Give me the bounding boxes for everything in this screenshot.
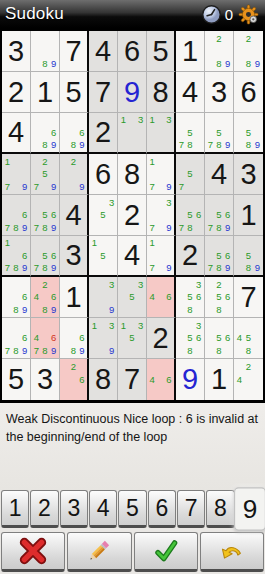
cell-r8c2[interactable]: 46789: [31, 318, 60, 359]
candidate-8: 8: [215, 262, 224, 274]
cell-r8c9[interactable]: 458: [234, 318, 263, 359]
candidate-6: 6: [49, 249, 58, 261]
sudoku-board: 3897465128928921579843646896892131357857…: [0, 28, 265, 403]
cell-r8c8[interactable]: 568: [205, 318, 234, 359]
cell-r2c5[interactable]: 9: [118, 72, 147, 113]
cell-r5c3[interactable]: 4: [60, 195, 89, 236]
candidate-9: 9: [20, 180, 29, 193]
candidate-marks: 2579: [32, 155, 58, 193]
cell-r6c9[interactable]: 589: [234, 236, 263, 277]
candidate-9: 9: [49, 344, 58, 357]
given-digit: 6: [95, 160, 111, 189]
cell-r1c9[interactable]: 289: [234, 31, 263, 72]
cell-r5c5[interactable]: 2: [118, 195, 147, 236]
candidate-4: 4: [148, 373, 156, 386]
solver-hint-message: Weak Discontinuous Nice loop : 6 is inva…: [0, 403, 265, 490]
cell-r9c8[interactable]: 1: [205, 359, 234, 400]
cell-r3c2[interactable]: 689: [31, 113, 60, 154]
cell-r5c9[interactable]: 1: [234, 195, 263, 236]
cell-r7c1[interactable]: 689: [2, 277, 31, 318]
given-digit: 2: [182, 241, 198, 270]
candidate-marks: 179: [148, 155, 173, 193]
candidate-2: 2: [41, 155, 50, 168]
cell-r8c5[interactable]: 135: [118, 318, 147, 359]
candidate-8: 8: [186, 221, 195, 234]
candidate-6: 6: [223, 209, 232, 222]
cell-r3c8[interactable]: 5789: [205, 113, 234, 154]
cell-r6c2[interactable]: 56789: [31, 236, 60, 277]
cell-r9c7[interactable]: 9: [176, 359, 205, 400]
number-key-2[interactable]: 2: [30, 490, 58, 528]
candidate-8: 8: [244, 57, 253, 70]
candidate-marks: 689: [3, 278, 29, 316]
cell-r3c3[interactable]: 689: [60, 113, 89, 154]
candidate-marks: 13: [148, 114, 173, 151]
candidate-6: 6: [78, 126, 86, 138]
candidate-8: 8: [41, 303, 50, 316]
candidate-5: 5: [186, 168, 195, 181]
candidate-9: 9: [223, 57, 232, 70]
candidate-8: 8: [215, 344, 224, 357]
given-digit: 4: [8, 118, 24, 147]
candidate-5: 5: [186, 291, 195, 304]
candidate-7: 7: [148, 262, 156, 274]
sudoku-app: Sudoku 0 3897465128928921579843646896892…: [0, 0, 265, 574]
cell-r1c2[interactable]: 89: [31, 31, 60, 72]
candidate-7: 7: [148, 180, 156, 193]
candidate-2: 2: [215, 278, 224, 291]
candidate-6: 6: [20, 249, 29, 261]
candidate-1: 1: [148, 114, 156, 126]
candidate-marks: 589: [235, 114, 262, 151]
candidate-5: 5: [128, 291, 137, 304]
candidate-5: 5: [215, 126, 224, 138]
number-key-9[interactable]: 9: [234, 487, 265, 530]
candidate-3: 3: [194, 319, 203, 332]
cell-r6c1[interactable]: 16789: [2, 236, 31, 277]
cell-r2c7[interactable]: 4: [176, 72, 205, 113]
candidate-9: 9: [20, 221, 29, 234]
candidate-9: 9: [253, 139, 262, 151]
green-check-icon: [151, 537, 181, 565]
candidate-8: 8: [215, 303, 224, 316]
candidate-8: 8: [186, 139, 195, 151]
candidate-9: 9: [78, 139, 86, 151]
cell-r1c6[interactable]: 5: [147, 31, 176, 72]
given-digit: 4: [95, 37, 111, 66]
candidate-7: 7: [3, 344, 12, 357]
given-digit: 7: [65, 37, 81, 66]
gear-icon[interactable]: [237, 3, 260, 26]
action-toolbar: [0, 532, 265, 572]
candidate-7: 7: [32, 262, 41, 274]
candidate-5: 5: [244, 126, 253, 138]
candidate-marks: 56789: [32, 237, 58, 274]
candidate-8: 8: [12, 303, 21, 316]
candidate-8: 8: [186, 303, 195, 316]
candidate-6: 6: [223, 249, 232, 261]
candidate-7: 7: [32, 221, 41, 234]
cell-r3c1[interactable]: 4: [2, 113, 31, 154]
candidate-1: 1: [148, 237, 156, 249]
title-bar: Sudoku 0: [0, 0, 265, 28]
given-digit: 3: [240, 160, 256, 189]
given-digit: 1: [211, 365, 227, 394]
cell-r4c5[interactable]: 8: [118, 154, 147, 195]
candidate-3: 3: [136, 319, 145, 332]
candidate-5: 5: [186, 332, 195, 345]
candidate-8: 8: [12, 344, 21, 357]
undo-arrow-icon: [217, 537, 247, 565]
candidate-6: 6: [49, 291, 58, 304]
given-digit: 3: [211, 78, 227, 107]
cell-r5c7[interactable]: 5678: [176, 195, 205, 236]
candidate-marks: 458: [235, 319, 262, 357]
cell-r2c6[interactable]: 8: [147, 72, 176, 113]
cell-r7c4[interactable]: 39: [89, 277, 118, 318]
given-digit: 1: [65, 283, 81, 312]
candidate-9: 9: [253, 57, 262, 70]
candidate-marks: 57: [177, 155, 203, 193]
cell-r2c1[interactable]: 2: [2, 72, 31, 113]
cell-r5c8[interactable]: 56789: [205, 195, 234, 236]
cell-r8c6[interactable]: 2: [147, 318, 176, 359]
cell-r4c9[interactable]: 3: [234, 154, 263, 195]
cell-r8c3[interactable]: 689: [60, 318, 89, 359]
app-title: Sudoku: [5, 4, 201, 24]
candidate-6: 6: [49, 126, 58, 138]
candidate-7: 7: [32, 344, 41, 357]
candidate-4: 4: [235, 332, 244, 345]
candidate-8: 8: [215, 221, 224, 234]
candidate-marks: 179: [3, 155, 29, 193]
number-keypad: 123456789: [0, 490, 265, 528]
candidate-6: 6: [223, 291, 232, 304]
candidate-8: 8: [41, 57, 50, 70]
candidate-9: 9: [49, 262, 58, 274]
given-digit: 6: [124, 37, 140, 66]
cell-r7c9[interactable]: 7: [234, 277, 263, 318]
candidate-3: 3: [107, 278, 116, 291]
candidate-3: 3: [107, 196, 116, 209]
given-digit: 4: [211, 160, 227, 189]
candidate-9: 9: [49, 180, 58, 193]
candidate-9: 9: [20, 344, 29, 357]
candidate-7: 7: [177, 139, 186, 151]
candidate-9: 9: [223, 139, 232, 151]
cell-r9c5[interactable]: 7: [118, 359, 147, 400]
candidate-8: 8: [41, 344, 50, 357]
candidate-9: 9: [49, 139, 58, 151]
candidate-9: 9: [223, 221, 232, 234]
given-digit: 1: [182, 37, 198, 66]
candidate-9: 9: [20, 262, 29, 274]
given-digit: 8: [95, 365, 111, 394]
candidate-5: 5: [41, 209, 50, 222]
cell-r3c7[interactable]: 578: [176, 113, 205, 154]
cell-r9c9[interactable]: 24: [234, 359, 263, 400]
cell-r8c1[interactable]: 6789: [2, 318, 31, 359]
number-key-3[interactable]: 3: [60, 490, 88, 528]
delete-button[interactable]: [1, 532, 65, 572]
candidate-7: 7: [32, 180, 41, 193]
cell-r1c8[interactable]: 289: [205, 31, 234, 72]
cell-r4c2[interactable]: 2579: [31, 154, 60, 195]
cell-r3c5[interactable]: 13: [118, 113, 147, 154]
pencil-button[interactable]: [67, 532, 131, 572]
candidate-4: 4: [32, 291, 41, 304]
given-digit: 7: [95, 78, 111, 107]
candidate-marks: 179: [148, 237, 173, 274]
candidate-marks: 379: [148, 196, 173, 234]
cell-r9c4[interactable]: 8: [89, 359, 118, 400]
candidate-7: 7: [3, 221, 12, 234]
pencil-icon: [84, 537, 114, 565]
candidate-3: 3: [194, 278, 203, 291]
given-digit: 3: [37, 365, 53, 394]
candidate-9: 9: [78, 344, 86, 357]
given-digit: 1: [37, 78, 53, 107]
candidate-6: 6: [20, 209, 29, 222]
cell-r4c3[interactable]: 29: [60, 154, 89, 195]
candidate-marks: 689: [61, 114, 86, 151]
candidate-7: 7: [206, 139, 215, 151]
candidate-9: 9: [49, 57, 58, 70]
cell-r7c6[interactable]: 46: [147, 277, 176, 318]
cell-r2c8[interactable]: 3: [205, 72, 234, 113]
given-digit: 2: [8, 78, 24, 107]
cell-r4c4[interactable]: 6: [89, 154, 118, 195]
candidate-2: 2: [244, 360, 253, 373]
candidate-9: 9: [223, 262, 232, 274]
candidate-5: 5: [41, 249, 50, 261]
candidate-marks: 689: [61, 319, 86, 357]
given-digit: 2: [95, 118, 111, 147]
cell-r5c6[interactable]: 379: [147, 195, 176, 236]
candidate-marks: 289: [206, 32, 232, 70]
number-key-6[interactable]: 6: [148, 490, 176, 528]
clock-icon: [201, 4, 222, 25]
candidate-7: 7: [177, 180, 186, 193]
given-digit: 2: [124, 201, 140, 230]
cell-r7c7[interactable]: 3568: [176, 277, 205, 318]
candidate-9: 9: [49, 221, 58, 234]
candidate-9: 9: [107, 303, 116, 316]
cell-r5c2[interactable]: 56789: [31, 195, 60, 236]
candidate-7: 7: [206, 262, 215, 274]
cell-r5c4[interactable]: 35: [89, 195, 118, 236]
candidate-7: 7: [206, 221, 215, 234]
candidate-9: 9: [20, 303, 29, 316]
candidate-2: 2: [41, 278, 50, 291]
given-digit: 3: [65, 241, 81, 270]
given-digit: 5: [152, 37, 168, 66]
cell-r5c1[interactable]: 6789: [2, 195, 31, 236]
candidate-5: 5: [244, 249, 253, 261]
candidate-8: 8: [41, 221, 50, 234]
number-key-7[interactable]: 7: [177, 490, 205, 528]
cell-r9c3[interactable]: 26: [60, 359, 89, 400]
given-digit: 2: [152, 324, 168, 353]
cell-r3c4[interactable]: 2: [89, 113, 118, 154]
cell-r6c7[interactable]: 2: [176, 236, 205, 277]
candidate-2: 2: [244, 32, 253, 45]
cell-r7c8[interactable]: 2568: [205, 277, 234, 318]
cell-r7c2[interactable]: 24689: [31, 277, 60, 318]
candidate-marks: 56789: [206, 196, 232, 234]
candidate-4: 4: [148, 291, 156, 304]
candidate-8: 8: [41, 139, 50, 151]
cell-r1c7[interactable]: 1: [176, 31, 205, 72]
candidate-7: 7: [177, 221, 186, 234]
candidate-marks: 135: [119, 319, 145, 357]
candidate-5: 5: [215, 332, 224, 345]
candidate-5: 5: [41, 168, 50, 181]
cell-r1c5[interactable]: 6: [118, 31, 147, 72]
candidate-3: 3: [136, 278, 145, 291]
candidate-8: 8: [215, 57, 224, 70]
cell-r2c3[interactable]: 5: [60, 72, 89, 113]
user-digit: 9: [124, 78, 140, 107]
candidate-1: 1: [119, 114, 128, 126]
cell-r6c8[interactable]: 56789: [205, 236, 234, 277]
cell-r2c9[interactable]: 6: [234, 72, 263, 113]
candidate-7: 7: [3, 180, 12, 193]
candidate-marks: 29: [61, 155, 86, 193]
red-x-icon: [18, 537, 48, 565]
number-key-4[interactable]: 4: [89, 490, 117, 528]
candidate-7: 7: [3, 262, 12, 274]
candidate-6: 6: [194, 332, 203, 345]
given-digit: 7: [124, 365, 140, 394]
cell-r6c5[interactable]: 4: [118, 236, 147, 277]
candidate-5: 5: [128, 332, 137, 345]
candidate-1: 1: [148, 155, 156, 168]
cell-r2c2[interactable]: 1: [31, 72, 60, 113]
candidate-3: 3: [165, 196, 173, 209]
candidate-marks: 46789: [32, 319, 58, 357]
user-digit: 9: [182, 365, 198, 394]
cell-r9c1[interactable]: 5: [2, 359, 31, 400]
candidate-5: 5: [186, 209, 195, 222]
candidate-5: 5: [244, 332, 253, 345]
cell-r4c7[interactable]: 57: [176, 154, 205, 195]
candidate-marks: 5678: [177, 196, 203, 234]
candidate-1: 1: [3, 155, 12, 168]
candidate-2: 2: [215, 32, 224, 45]
candidate-8: 8: [12, 262, 21, 274]
candidate-8: 8: [41, 262, 50, 274]
cell-r4c6[interactable]: 179: [147, 154, 176, 195]
candidate-8: 8: [69, 139, 77, 151]
candidate-5: 5: [215, 291, 224, 304]
number-key-1[interactable]: 1: [1, 490, 29, 528]
cell-r8c4[interactable]: 139: [89, 318, 118, 359]
cell-r1c4[interactable]: 4: [89, 31, 118, 72]
given-digit: 5: [65, 78, 81, 107]
cell-r6c4[interactable]: 15: [89, 236, 118, 277]
candidate-marks: 26: [61, 360, 86, 399]
candidate-6: 6: [49, 332, 58, 345]
cell-r4c1[interactable]: 179: [2, 154, 31, 195]
candidate-9: 9: [165, 221, 173, 234]
candidate-5: 5: [215, 209, 224, 222]
cell-r6c6[interactable]: 179: [147, 236, 176, 277]
candidate-6: 6: [78, 332, 86, 345]
candidate-6: 6: [78, 373, 86, 386]
undo-button[interactable]: [200, 532, 264, 572]
cell-r7c5[interactable]: 35: [118, 277, 147, 318]
candidate-7: 7: [148, 221, 156, 234]
candidate-3: 3: [165, 114, 173, 126]
cell-r9c6[interactable]: 46: [147, 359, 176, 400]
candidate-marks: 35: [119, 278, 145, 316]
candidate-marks: 56789: [32, 196, 58, 234]
candidate-1: 1: [90, 319, 99, 332]
candidate-5: 5: [99, 209, 108, 222]
candidate-1: 1: [3, 237, 12, 249]
candidate-2: 2: [69, 360, 77, 373]
candidate-marks: 24689: [32, 278, 58, 316]
candidate-6: 6: [49, 209, 58, 222]
cell-r3c6[interactable]: 13: [147, 113, 176, 154]
candidate-marks: 2568: [206, 278, 232, 316]
candidate-4: 4: [235, 373, 244, 386]
candidate-marks: 16789: [3, 237, 29, 274]
candidate-9: 9: [165, 262, 173, 274]
confirm-button[interactable]: [134, 532, 198, 572]
cell-r7c3[interactable]: 1: [60, 277, 89, 318]
candidate-marks: 39: [90, 278, 116, 316]
candidate-1: 1: [90, 237, 99, 249]
candidate-marks: 89: [32, 32, 58, 70]
candidate-6: 6: [194, 209, 203, 222]
candidate-marks: 35: [90, 196, 116, 234]
given-digit: 7: [240, 283, 256, 312]
cell-r8c7[interactable]: 3568: [176, 318, 205, 359]
number-key-8[interactable]: 8: [206, 490, 234, 528]
number-key-5[interactable]: 5: [118, 490, 146, 528]
candidate-marks: 289: [235, 32, 262, 70]
candidate-3: 3: [136, 114, 145, 126]
cell-r3c9[interactable]: 589: [234, 113, 263, 154]
candidate-marks: 689: [32, 114, 58, 151]
candidate-marks: 139: [90, 319, 116, 357]
cell-r9c2[interactable]: 3: [31, 359, 60, 400]
cell-r1c3[interactable]: 7: [60, 31, 89, 72]
candidate-marks: 56789: [206, 237, 232, 274]
candidate-marks: 46: [148, 278, 173, 316]
candidate-9: 9: [78, 180, 86, 193]
candidate-9: 9: [253, 262, 262, 274]
cell-r1c1[interactable]: 3: [2, 31, 31, 72]
cell-r2c4[interactable]: 7: [89, 72, 118, 113]
cell-r4c8[interactable]: 4: [205, 154, 234, 195]
cell-r6c3[interactable]: 3: [60, 236, 89, 277]
candidate-marks: 578: [177, 114, 203, 151]
candidate-marks: 589: [235, 237, 262, 274]
candidate-8: 8: [244, 344, 253, 357]
given-digit: 4: [124, 241, 140, 270]
candidate-8: 8: [244, 139, 253, 151]
candidate-marks: 3568: [177, 278, 203, 316]
given-digit: 4: [65, 201, 81, 230]
candidate-9: 9: [165, 180, 173, 193]
given-digit: 8: [124, 160, 140, 189]
given-digit: 6: [240, 78, 256, 107]
candidate-marks: 15: [90, 237, 116, 274]
candidate-marks: 568: [206, 319, 232, 357]
